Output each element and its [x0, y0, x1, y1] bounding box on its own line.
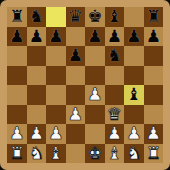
square-e7[interactable]: ♟	[85, 27, 105, 47]
black-pawn[interactable]: ♟	[29, 27, 44, 47]
square-c5[interactable]	[46, 66, 66, 86]
square-d4[interactable]	[66, 85, 86, 105]
square-c4[interactable]	[46, 85, 66, 105]
square-h6[interactable]	[144, 46, 164, 66]
square-g1[interactable]: ♞	[124, 144, 144, 164]
square-a4[interactable]	[7, 85, 27, 105]
square-a8[interactable]: ♜	[7, 7, 27, 27]
square-e1[interactable]: ♚	[85, 144, 105, 164]
square-b2[interactable]: ♟	[27, 124, 47, 144]
square-f7[interactable]: ♟	[105, 27, 125, 47]
white-queen[interactable]: ♛	[107, 105, 122, 125]
square-g7[interactable]: ♟	[124, 27, 144, 47]
square-e5[interactable]	[85, 66, 105, 86]
square-b5[interactable]	[27, 66, 47, 86]
square-e4[interactable]: ♟	[85, 85, 105, 105]
white-king[interactable]: ♚	[87, 144, 102, 164]
white-pawn[interactable]: ♟	[107, 124, 122, 144]
square-b6[interactable]	[27, 46, 47, 66]
square-a2[interactable]: ♟	[7, 124, 27, 144]
square-d7[interactable]	[66, 27, 86, 47]
square-g6[interactable]	[124, 46, 144, 66]
square-e3[interactable]	[85, 105, 105, 125]
square-d2[interactable]	[66, 124, 86, 144]
black-bishop[interactable]: ♝	[107, 7, 122, 27]
white-knight[interactable]: ♞	[29, 144, 44, 164]
square-c6[interactable]	[46, 46, 66, 66]
square-c2[interactable]: ♟	[46, 124, 66, 144]
black-queen[interactable]: ♛	[68, 7, 83, 27]
square-g4[interactable]: ♝	[124, 85, 144, 105]
white-rook[interactable]: ♜	[9, 144, 24, 164]
square-h8[interactable]: ♜	[144, 7, 164, 27]
square-b7[interactable]: ♟	[27, 27, 47, 47]
black-pawn[interactable]: ♟	[126, 27, 141, 47]
white-pawn[interactable]: ♟	[126, 124, 141, 144]
square-h4[interactable]	[144, 85, 164, 105]
square-f1[interactable]: ♝	[105, 144, 125, 164]
square-c7[interactable]: ♟	[46, 27, 66, 47]
square-b1[interactable]: ♞	[27, 144, 47, 164]
white-bishop[interactable]: ♝	[48, 144, 63, 164]
square-a6[interactable]	[7, 46, 27, 66]
black-bishop[interactable]: ♝	[126, 85, 141, 105]
black-knight[interactable]: ♞	[107, 46, 122, 66]
white-pawn[interactable]: ♟	[87, 85, 102, 105]
square-g8[interactable]	[124, 7, 144, 27]
square-h5[interactable]	[144, 66, 164, 86]
square-e6[interactable]	[85, 46, 105, 66]
square-c8[interactable]	[46, 7, 66, 27]
square-g5[interactable]	[124, 66, 144, 86]
black-rook[interactable]: ♜	[9, 7, 24, 27]
black-pawn[interactable]: ♟	[9, 27, 24, 47]
square-h1[interactable]: ♜	[144, 144, 164, 164]
white-pawn[interactable]: ♟	[68, 105, 83, 125]
square-a1[interactable]: ♜	[7, 144, 27, 164]
square-d6[interactable]: ♟	[66, 46, 86, 66]
square-g3[interactable]	[124, 105, 144, 125]
white-pawn[interactable]: ♟	[48, 124, 63, 144]
square-d1[interactable]	[66, 144, 86, 164]
chess-board[interactable]: ♜♞♛♚♝♜♟♟♟♟♟♟♟♟♞♟♝♟♛♟♟♟♟♟♟♜♞♝♚♝♞♜	[7, 7, 163, 163]
square-f2[interactable]: ♟	[105, 124, 125, 144]
square-d3[interactable]: ♟	[66, 105, 86, 125]
white-pawn[interactable]: ♟	[29, 124, 44, 144]
square-e8[interactable]: ♚	[85, 7, 105, 27]
square-c3[interactable]	[46, 105, 66, 125]
chess-app-canvas: ♜♞♛♚♝♜♟♟♟♟♟♟♟♟♞♟♝♟♛♟♟♟♟♟♟♜♞♝♚♝♞♜	[0, 0, 170, 170]
white-knight[interactable]: ♞	[126, 144, 141, 164]
square-f5[interactable]	[105, 66, 125, 86]
black-king[interactable]: ♚	[87, 7, 102, 27]
square-b4[interactable]	[27, 85, 47, 105]
square-e2[interactable]	[85, 124, 105, 144]
black-pawn[interactable]: ♟	[87, 27, 102, 47]
square-g2[interactable]: ♟	[124, 124, 144, 144]
black-knight[interactable]: ♞	[29, 7, 44, 27]
square-a5[interactable]	[7, 66, 27, 86]
square-f6[interactable]: ♞	[105, 46, 125, 66]
black-pawn[interactable]: ♟	[48, 27, 63, 47]
square-h3[interactable]	[144, 105, 164, 125]
square-a7[interactable]: ♟	[7, 27, 27, 47]
square-f4[interactable]	[105, 85, 125, 105]
square-h2[interactable]: ♟	[144, 124, 164, 144]
black-pawn[interactable]: ♟	[68, 46, 83, 66]
square-b3[interactable]	[27, 105, 47, 125]
white-pawn[interactable]: ♟	[146, 124, 161, 144]
square-d8[interactable]: ♛	[66, 7, 86, 27]
square-c1[interactable]: ♝	[46, 144, 66, 164]
black-pawn[interactable]: ♟	[107, 27, 122, 47]
square-b8[interactable]: ♞	[27, 7, 47, 27]
square-f8[interactable]: ♝	[105, 7, 125, 27]
square-f3[interactable]: ♛	[105, 105, 125, 125]
square-a3[interactable]	[7, 105, 27, 125]
black-rook[interactable]: ♜	[146, 7, 161, 27]
white-bishop[interactable]: ♝	[107, 144, 122, 164]
white-pawn[interactable]: ♟	[9, 124, 24, 144]
black-pawn[interactable]: ♟	[146, 27, 161, 47]
square-h7[interactable]: ♟	[144, 27, 164, 47]
square-d5[interactable]	[66, 66, 86, 86]
white-rook[interactable]: ♜	[146, 144, 161, 164]
